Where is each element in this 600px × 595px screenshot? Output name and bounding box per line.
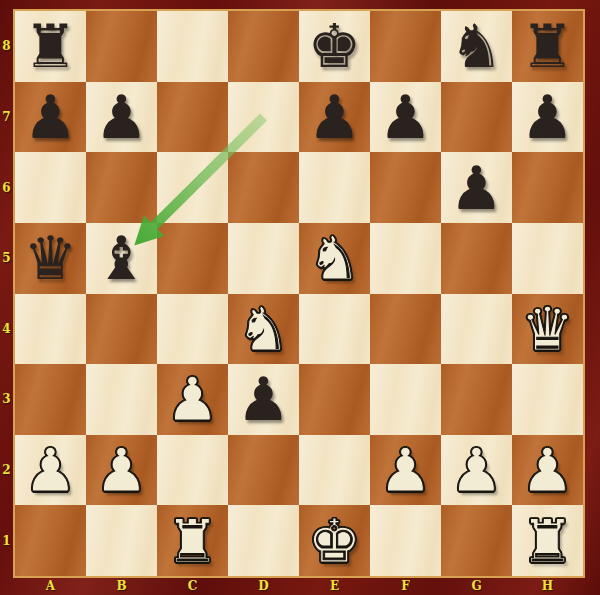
black-pawn-icon[interactable]: ♟ xyxy=(308,82,362,152)
square-c7[interactable] xyxy=(157,82,228,153)
square-c1[interactable]: ♜ xyxy=(157,505,228,576)
rank-label-2: 2 xyxy=(0,435,13,506)
square-f1[interactable] xyxy=(370,505,441,576)
square-h7[interactable]: ♟ xyxy=(512,82,583,153)
black-bishop-icon[interactable]: ♝ xyxy=(95,223,149,293)
square-f5[interactable] xyxy=(370,223,441,294)
square-d3[interactable]: ♟ xyxy=(228,364,299,435)
square-c6[interactable] xyxy=(157,152,228,223)
square-c4[interactable] xyxy=(157,294,228,365)
square-b4[interactable] xyxy=(86,294,157,365)
square-h6[interactable] xyxy=(512,152,583,223)
square-h8[interactable]: ♜ xyxy=(512,11,583,82)
square-f3[interactable] xyxy=(370,364,441,435)
square-f8[interactable] xyxy=(370,11,441,82)
square-g6[interactable]: ♟ xyxy=(441,152,512,223)
white-pawn-icon[interactable]: ♟ xyxy=(166,364,220,434)
white-king-icon[interactable]: ♚ xyxy=(308,506,362,576)
square-b3[interactable] xyxy=(86,364,157,435)
square-a8[interactable]: ♜ xyxy=(15,11,86,82)
rank-label-5: 5 xyxy=(0,223,13,294)
square-a6[interactable] xyxy=(15,152,86,223)
square-g2[interactable]: ♟ xyxy=(441,435,512,506)
white-knight-icon[interactable]: ♞ xyxy=(237,294,291,364)
square-b7[interactable]: ♟ xyxy=(86,82,157,153)
square-f6[interactable] xyxy=(370,152,441,223)
square-f7[interactable]: ♟ xyxy=(370,82,441,153)
black-pawn-icon[interactable]: ♟ xyxy=(24,82,78,152)
square-h4[interactable]: ♛ xyxy=(512,294,583,365)
square-g4[interactable] xyxy=(441,294,512,365)
square-g3[interactable] xyxy=(441,364,512,435)
square-e5[interactable]: ♞ xyxy=(299,223,370,294)
file-label-a: A xyxy=(15,577,86,595)
square-e3[interactable] xyxy=(299,364,370,435)
square-c5[interactable] xyxy=(157,223,228,294)
square-g8[interactable]: ♞ xyxy=(441,11,512,82)
square-e4[interactable] xyxy=(299,294,370,365)
file-label-e: E xyxy=(299,577,370,595)
square-d5[interactable] xyxy=(228,223,299,294)
white-rook-icon[interactable]: ♜ xyxy=(521,506,575,576)
white-pawn-icon[interactable]: ♟ xyxy=(521,435,575,505)
square-d2[interactable] xyxy=(228,435,299,506)
square-a1[interactable] xyxy=(15,505,86,576)
square-e6[interactable] xyxy=(299,152,370,223)
rank-label-4: 4 xyxy=(0,294,13,365)
square-h3[interactable] xyxy=(512,364,583,435)
square-d1[interactable] xyxy=(228,505,299,576)
rank-label-1: 1 xyxy=(0,505,13,576)
file-label-d: D xyxy=(228,577,299,595)
white-queen-icon[interactable]: ♛ xyxy=(521,294,575,364)
black-rook-icon[interactable]: ♜ xyxy=(521,11,575,81)
white-rook-icon[interactable]: ♜ xyxy=(166,506,220,576)
file-label-b: B xyxy=(86,577,157,595)
square-e2[interactable] xyxy=(299,435,370,506)
square-b2[interactable]: ♟ xyxy=(86,435,157,506)
white-knight-icon[interactable]: ♞ xyxy=(308,223,362,293)
white-pawn-icon[interactable]: ♟ xyxy=(24,435,78,505)
black-knight-icon[interactable]: ♞ xyxy=(450,11,504,81)
rank-label-3: 3 xyxy=(0,364,13,435)
square-b5[interactable]: ♝ xyxy=(86,223,157,294)
black-pawn-icon[interactable]: ♟ xyxy=(450,153,504,223)
white-pawn-icon[interactable]: ♟ xyxy=(379,435,433,505)
white-pawn-icon[interactable]: ♟ xyxy=(450,435,504,505)
square-g1[interactable] xyxy=(441,505,512,576)
black-pawn-icon[interactable]: ♟ xyxy=(95,82,149,152)
square-h2[interactable]: ♟ xyxy=(512,435,583,506)
file-labels: ABCDEFGH xyxy=(15,577,583,595)
square-b6[interactable] xyxy=(86,152,157,223)
chessboard-screenshot: ♜♚♞♜♟♟♟♟♟♟♛♝♞♞♛♟♟♟♟♟♟♟♜♚♜ 87654321 ABCDE… xyxy=(0,0,600,595)
square-a5[interactable]: ♛ xyxy=(15,223,86,294)
square-g5[interactable] xyxy=(441,223,512,294)
black-pawn-icon[interactable]: ♟ xyxy=(237,364,291,434)
square-e8[interactable]: ♚ xyxy=(299,11,370,82)
black-queen-icon[interactable]: ♛ xyxy=(24,223,78,293)
rank-labels: 87654321 xyxy=(0,11,13,576)
square-d4[interactable]: ♞ xyxy=(228,294,299,365)
square-b1[interactable] xyxy=(86,505,157,576)
rank-label-8: 8 xyxy=(0,11,13,82)
file-label-g: G xyxy=(441,577,512,595)
square-f2[interactable]: ♟ xyxy=(370,435,441,506)
square-e1[interactable]: ♚ xyxy=(299,505,370,576)
square-e7[interactable]: ♟ xyxy=(299,82,370,153)
square-c8[interactable] xyxy=(157,11,228,82)
black-rook-icon[interactable]: ♜ xyxy=(24,11,78,81)
file-label-h: H xyxy=(512,577,583,595)
square-c2[interactable] xyxy=(157,435,228,506)
black-pawn-icon[interactable]: ♟ xyxy=(379,82,433,152)
square-g7[interactable] xyxy=(441,82,512,153)
square-h1[interactable]: ♜ xyxy=(512,505,583,576)
square-f4[interactable] xyxy=(370,294,441,365)
file-label-c: C xyxy=(157,577,228,595)
square-a4[interactable] xyxy=(15,294,86,365)
rank-label-6: 6 xyxy=(0,152,13,223)
square-d8[interactable] xyxy=(228,11,299,82)
square-d6[interactable] xyxy=(228,152,299,223)
square-b8[interactable] xyxy=(86,11,157,82)
square-a2[interactable]: ♟ xyxy=(15,435,86,506)
square-h5[interactable] xyxy=(512,223,583,294)
square-a7[interactable]: ♟ xyxy=(15,82,86,153)
file-label-f: F xyxy=(370,577,441,595)
black-pawn-icon[interactable]: ♟ xyxy=(521,82,575,152)
chess-board: ♜♚♞♜♟♟♟♟♟♟♛♝♞♞♛♟♟♟♟♟♟♟♜♚♜ xyxy=(15,11,583,576)
white-pawn-icon[interactable]: ♟ xyxy=(95,435,149,505)
black-king-icon[interactable]: ♚ xyxy=(308,11,362,81)
square-a3[interactable] xyxy=(15,364,86,435)
rank-label-7: 7 xyxy=(0,82,13,153)
square-d7[interactable] xyxy=(228,82,299,153)
square-c3[interactable]: ♟ xyxy=(157,364,228,435)
